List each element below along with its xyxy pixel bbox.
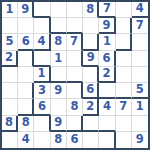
cell-r1c8[interactable] [116,2,132,18]
cell-r1c6[interactable]: 8 [83,2,99,18]
cell-r7c2[interactable] [18,99,34,115]
cell-r7c1[interactable] [2,99,18,115]
cell-r2c6[interactable] [83,18,99,34]
cell-r4c5[interactable] [67,51,83,67]
cell-r5c2[interactable] [18,67,34,83]
cell-r1c1[interactable]: 1 [2,2,18,18]
cell-r6c8[interactable] [116,83,132,99]
cell-r7c4[interactable] [51,99,67,115]
cell-r3c5[interactable]: 7 [67,34,83,50]
cell-r3c2[interactable]: 6 [18,34,34,50]
cell-r9c6[interactable] [83,132,99,148]
cell-r4c6[interactable]: 9 [83,51,99,67]
cell-r9c7[interactable] [99,132,115,148]
cell-r6c7[interactable] [99,83,115,99]
cell-r2c7[interactable]: 9 [99,18,115,34]
cell-r2c2[interactable] [18,18,34,34]
cell-r8c6[interactable] [83,116,99,132]
cell-r3c6[interactable] [83,34,99,50]
cell-r8c8[interactable] [116,116,132,132]
cell-r3c8[interactable] [116,34,132,50]
cell-r8c1[interactable]: 8 [2,116,18,132]
cell-r5c4[interactable] [51,67,67,83]
cell-r1c9[interactable]: 4 [132,2,148,18]
cell-r1c3[interactable] [34,2,50,18]
cell-r7c6[interactable]: 2 [83,99,99,115]
cell-r8c7[interactable] [99,116,115,132]
cell-r4c3[interactable] [34,51,50,67]
cell-r8c9[interactable] [132,116,148,132]
cell-r1c7[interactable]: 7 [99,2,115,18]
cell-r6c4[interactable]: 9 [51,83,67,99]
cell-r3c9[interactable] [132,34,148,50]
cell-r2c4[interactable] [51,18,67,34]
cell-r9c8[interactable] [116,132,132,148]
cell-r7c8[interactable]: 7 [116,99,132,115]
cell-r3c3[interactable]: 4 [34,34,50,50]
cell-r8c3[interactable] [34,116,50,132]
cell-r2c5[interactable] [67,18,83,34]
cell-r4c1[interactable]: 2 [2,51,18,67]
cell-r8c2[interactable]: 8 [18,116,34,132]
cell-r4c7[interactable]: 6 [99,51,115,67]
cell-r5c3[interactable]: 1 [34,67,50,83]
cell-r5c8[interactable] [116,67,132,83]
cell-r7c7[interactable]: 4 [99,99,115,115]
cell-r9c4[interactable]: 8 [51,132,67,148]
cell-r6c9[interactable]: 5 [132,83,148,99]
cell-r5c5[interactable] [67,67,83,83]
cell-r4c9[interactable] [132,51,148,67]
cell-r1c5[interactable] [67,2,83,18]
cell-r7c5[interactable]: 8 [67,99,83,115]
cell-r2c1[interactable] [2,18,18,34]
cell-r5c1[interactable] [2,67,18,83]
cell-r9c1[interactable] [2,132,18,148]
cell-r1c2[interactable]: 9 [18,2,34,18]
sudoku-board: 198749756487121961239656824718894869 [0,0,150,150]
cell-r6c1[interactable] [2,83,18,99]
cell-r7c9[interactable]: 1 [132,99,148,115]
cell-r3c1[interactable]: 5 [2,34,18,50]
cell-r8c5[interactable] [67,116,83,132]
cell-r5c6[interactable] [83,67,99,83]
cell-r3c4[interactable]: 8 [51,34,67,50]
cell-r3c7[interactable]: 1 [99,34,115,50]
cell-r6c5[interactable] [67,83,83,99]
cell-r4c8[interactable] [116,51,132,67]
cell-r9c2[interactable]: 4 [18,132,34,148]
cell-r1c4[interactable] [51,2,67,18]
cell-r2c9[interactable]: 7 [132,18,148,34]
cell-r6c6[interactable]: 6 [83,83,99,99]
cell-r8c4[interactable]: 9 [51,116,67,132]
cell-r9c3[interactable] [34,132,50,148]
cell-r7c3[interactable]: 6 [34,99,50,115]
cell-r9c9[interactable]: 9 [132,132,148,148]
cell-r2c3[interactable] [34,18,50,34]
cell-r2c8[interactable] [116,18,132,34]
cell-r9c5[interactable]: 6 [67,132,83,148]
cell-r5c9[interactable] [132,67,148,83]
cell-r4c4[interactable]: 1 [51,51,67,67]
cell-r6c2[interactable] [18,83,34,99]
cell-r4c2[interactable] [18,51,34,67]
cell-r6c3[interactable]: 3 [34,83,50,99]
cell-r5c7[interactable]: 2 [99,67,115,83]
